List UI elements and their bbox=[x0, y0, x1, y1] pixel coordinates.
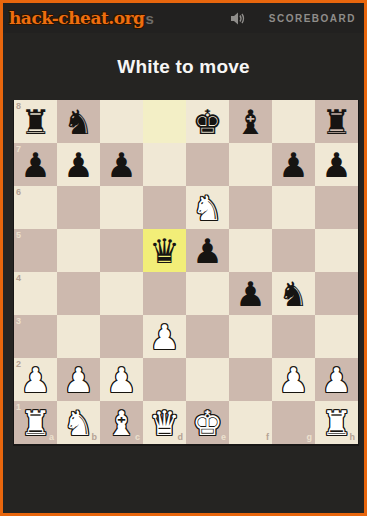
rank-label-5: 5 bbox=[16, 231, 21, 240]
piece-white-knight[interactable]: ♞ bbox=[192, 191, 222, 225]
title-area: White to move bbox=[3, 33, 364, 100]
square-f8[interactable]: ♝ bbox=[229, 100, 272, 143]
square-c1[interactable]: c♝ bbox=[100, 401, 143, 444]
piece-black-bishop[interactable]: ♝ bbox=[235, 105, 265, 139]
piece-white-pawn[interactable]: ♟ bbox=[106, 363, 136, 397]
speaker-volume-icon[interactable] bbox=[231, 12, 247, 25]
piece-white-pawn[interactable]: ♟ bbox=[63, 363, 93, 397]
watermark-text: hack-cheat.org bbox=[9, 8, 144, 28]
piece-white-queen[interactable]: ♛ bbox=[149, 406, 179, 440]
square-h4[interactable] bbox=[315, 272, 358, 315]
square-c5[interactable] bbox=[100, 229, 143, 272]
square-f4[interactable]: ♟ bbox=[229, 272, 272, 315]
rank-label-4: 4 bbox=[16, 274, 21, 283]
square-e5[interactable]: ♟ bbox=[186, 229, 229, 272]
piece-white-pawn[interactable]: ♟ bbox=[149, 320, 179, 354]
square-e2[interactable] bbox=[186, 358, 229, 401]
square-a6[interactable]: 6 bbox=[14, 186, 57, 229]
file-label-f: f bbox=[266, 433, 269, 442]
square-g7[interactable]: ♟ bbox=[272, 143, 315, 186]
square-h8[interactable]: ♜ bbox=[315, 100, 358, 143]
square-e7[interactable] bbox=[186, 143, 229, 186]
piece-black-pawn[interactable]: ♟ bbox=[235, 277, 265, 311]
top-bar-right: SCOREBOARD bbox=[231, 12, 356, 25]
square-b8[interactable]: ♞ bbox=[57, 100, 100, 143]
scoreboard-button[interactable]: SCOREBOARD bbox=[269, 13, 356, 24]
square-b1[interactable]: b♞ bbox=[57, 401, 100, 444]
piece-black-pawn[interactable]: ♟ bbox=[321, 148, 351, 182]
square-e4[interactable] bbox=[186, 272, 229, 315]
square-d5[interactable]: ♛ bbox=[143, 229, 186, 272]
square-a7[interactable]: 7♟ bbox=[14, 143, 57, 186]
square-h3[interactable] bbox=[315, 315, 358, 358]
square-g4[interactable]: ♞ bbox=[272, 272, 315, 315]
piece-black-rook[interactable]: ♜ bbox=[20, 105, 50, 139]
square-g6[interactable] bbox=[272, 186, 315, 229]
square-a3[interactable]: 3 bbox=[14, 315, 57, 358]
piece-white-bishop[interactable]: ♝ bbox=[106, 406, 136, 440]
square-g5[interactable] bbox=[272, 229, 315, 272]
top-bar: hack-cheat.orgs SCOREBOARD bbox=[3, 3, 364, 33]
piece-white-king[interactable]: ♚ bbox=[192, 406, 222, 440]
piece-black-pawn[interactable]: ♟ bbox=[192, 234, 222, 268]
piece-white-pawn[interactable]: ♟ bbox=[278, 363, 308, 397]
square-g1[interactable]: g bbox=[272, 401, 315, 444]
square-c8[interactable] bbox=[100, 100, 143, 143]
piece-white-knight[interactable]: ♞ bbox=[63, 406, 93, 440]
square-a5[interactable]: 5 bbox=[14, 229, 57, 272]
piece-black-pawn[interactable]: ♟ bbox=[63, 148, 93, 182]
square-g8[interactable] bbox=[272, 100, 315, 143]
rank-label-6: 6 bbox=[16, 188, 21, 197]
square-d7[interactable] bbox=[143, 143, 186, 186]
piece-black-knight[interactable]: ♞ bbox=[278, 277, 308, 311]
piece-black-king[interactable]: ♚ bbox=[192, 105, 222, 139]
piece-white-rook[interactable]: ♜ bbox=[321, 406, 351, 440]
square-a8[interactable]: 8♜ bbox=[14, 100, 57, 143]
square-c3[interactable] bbox=[100, 315, 143, 358]
square-f3[interactable] bbox=[229, 315, 272, 358]
square-f7[interactable] bbox=[229, 143, 272, 186]
square-f5[interactable] bbox=[229, 229, 272, 272]
piece-black-queen[interactable]: ♛ bbox=[149, 234, 179, 268]
square-e3[interactable] bbox=[186, 315, 229, 358]
file-label-g: g bbox=[307, 433, 313, 442]
page-title: White to move bbox=[117, 56, 249, 78]
square-d6[interactable] bbox=[143, 186, 186, 229]
watermark: hack-cheat.orgs bbox=[9, 8, 153, 28]
chess-board[interactable]: 8♜♞♚♝♜7♟♟♟♟♟6♞5♛♟4♟♞3♟2♟♟♟♟♟1a♜b♞c♝d♛e♚f… bbox=[14, 100, 358, 444]
piece-white-rook[interactable]: ♜ bbox=[20, 406, 50, 440]
square-h6[interactable] bbox=[315, 186, 358, 229]
piece-black-knight[interactable]: ♞ bbox=[63, 105, 93, 139]
square-e1[interactable]: e♚ bbox=[186, 401, 229, 444]
square-h7[interactable]: ♟ bbox=[315, 143, 358, 186]
square-d2[interactable] bbox=[143, 358, 186, 401]
square-a2[interactable]: 2♟ bbox=[14, 358, 57, 401]
square-e8[interactable]: ♚ bbox=[186, 100, 229, 143]
square-c4[interactable] bbox=[100, 272, 143, 315]
square-h1[interactable]: h♜ bbox=[315, 401, 358, 444]
square-c2[interactable]: ♟ bbox=[100, 358, 143, 401]
square-c7[interactable]: ♟ bbox=[100, 143, 143, 186]
rank-label-3: 3 bbox=[16, 317, 21, 326]
covered-text-remnant: s bbox=[145, 10, 153, 27]
square-d1[interactable]: d♛ bbox=[143, 401, 186, 444]
square-d3[interactable]: ♟ bbox=[143, 315, 186, 358]
square-b5[interactable] bbox=[57, 229, 100, 272]
piece-white-pawn[interactable]: ♟ bbox=[321, 363, 351, 397]
square-g3[interactable] bbox=[272, 315, 315, 358]
square-e6[interactable]: ♞ bbox=[186, 186, 229, 229]
square-b7[interactable]: ♟ bbox=[57, 143, 100, 186]
square-a1[interactable]: 1a♜ bbox=[14, 401, 57, 444]
square-g2[interactable]: ♟ bbox=[272, 358, 315, 401]
square-c6[interactable] bbox=[100, 186, 143, 229]
app-window: { "window": { "frame_color": "#e8660d", … bbox=[0, 0, 367, 516]
square-f1[interactable]: f bbox=[229, 401, 272, 444]
square-b3[interactable] bbox=[57, 315, 100, 358]
square-b4[interactable] bbox=[57, 272, 100, 315]
piece-black-pawn[interactable]: ♟ bbox=[278, 148, 308, 182]
square-f2[interactable] bbox=[229, 358, 272, 401]
square-d8[interactable] bbox=[143, 100, 186, 143]
square-f6[interactable] bbox=[229, 186, 272, 229]
square-h2[interactable]: ♟ bbox=[315, 358, 358, 401]
piece-black-pawn[interactable]: ♟ bbox=[106, 148, 136, 182]
square-a4[interactable]: 4 bbox=[14, 272, 57, 315]
piece-white-pawn[interactable]: ♟ bbox=[20, 363, 50, 397]
piece-black-pawn[interactable]: ♟ bbox=[20, 148, 50, 182]
square-d4[interactable] bbox=[143, 272, 186, 315]
square-h5[interactable] bbox=[315, 229, 358, 272]
square-b2[interactable]: ♟ bbox=[57, 358, 100, 401]
square-b6[interactable] bbox=[57, 186, 100, 229]
piece-black-rook[interactable]: ♜ bbox=[321, 105, 351, 139]
